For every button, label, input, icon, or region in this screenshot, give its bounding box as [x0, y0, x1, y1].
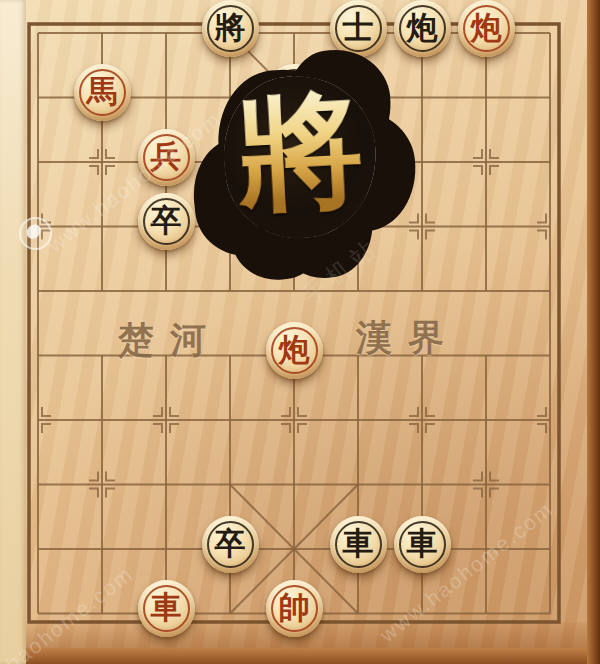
piece-glyph: 車 — [151, 592, 182, 623]
piece-cannon-red[interactable]: 炮 — [458, 0, 515, 57]
piece-glyph: 車 — [407, 528, 438, 559]
piece-soldier-black[interactable]: 卒 — [138, 193, 195, 250]
piece-glyph: 卒 — [151, 205, 182, 236]
piece-chariot-black[interactable]: 車 — [330, 516, 387, 573]
piece-general-black[interactable]: 將 — [202, 0, 259, 57]
piece-glyph: 兵 — [151, 141, 182, 172]
piece-glyph: 炮 — [279, 334, 310, 365]
piece-soldier-black[interactable]: 卒 — [202, 516, 259, 573]
piece-chariot-black[interactable]: 車 — [394, 516, 451, 573]
piece-advisor-black[interactable]: 士 — [266, 64, 323, 121]
piece-glyph: 卒 — [215, 528, 246, 559]
piece-glyph: 馬 — [87, 76, 118, 107]
piece-cannon-black[interactable]: 炮 — [394, 0, 451, 57]
piece-cannon-red[interactable]: 炮 — [266, 322, 323, 379]
piece-glyph: 炮 — [407, 12, 438, 43]
piece-general-red[interactable]: 帥 — [266, 580, 323, 637]
piece-glyph: 帥 — [279, 592, 310, 623]
xiangqi-screenshot: 楚河 漢界 將士炮炮馬士兵卒炮卒車車車帥 將 www.haohome.com w… — [0, 0, 600, 664]
piece-glyph: 將 — [215, 12, 246, 43]
piece-glyph: 車 — [343, 528, 374, 559]
piece-glyph: 士 — [279, 76, 310, 107]
piece-chariot-red[interactable]: 車 — [138, 580, 195, 637]
piece-glyph: 炮 — [471, 12, 502, 43]
piece-horse-red[interactable]: 馬 — [74, 64, 131, 121]
piece-glyph: 士 — [343, 12, 374, 43]
piece-soldier-red[interactable]: 兵 — [138, 129, 195, 186]
piece-advisor-black[interactable]: 士 — [330, 0, 387, 57]
